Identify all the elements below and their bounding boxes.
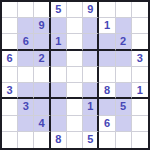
cell-r7c2[interactable]: 3 [18, 99, 34, 115]
cell-r3c4[interactable]: 1 [51, 34, 67, 50]
cell-r4c5[interactable] [67, 51, 83, 67]
cell-r8c9[interactable] [132, 116, 148, 132]
cell-r7c9[interactable] [132, 99, 148, 115]
cell-r3c6[interactable] [83, 34, 99, 50]
cell-r7c5[interactable] [67, 99, 83, 115]
cell-r6c8[interactable] [116, 83, 132, 99]
cell-r5c1[interactable] [2, 67, 18, 83]
cell-r3c7[interactable] [99, 34, 115, 50]
cell-r3c1[interactable] [2, 34, 18, 50]
cell-r4c8[interactable] [116, 51, 132, 67]
cell-r4c1[interactable]: 6 [2, 51, 18, 67]
cell-r8c5[interactable] [67, 116, 83, 132]
cell-r8c4[interactable] [51, 116, 67, 132]
cell-r7c8[interactable]: 5 [116, 99, 132, 115]
cell-r6c7[interactable]: 8 [99, 83, 115, 99]
cell-r8c8[interactable] [116, 116, 132, 132]
cell-r2c3[interactable]: 9 [34, 18, 50, 34]
cell-r1c3[interactable] [34, 2, 50, 18]
cell-r2c1[interactable] [2, 18, 18, 34]
cell-r2c7[interactable]: 1 [99, 18, 115, 34]
cell-r9c1[interactable] [2, 132, 18, 148]
cell-r5c2[interactable] [18, 67, 34, 83]
cell-r5c6[interactable] [83, 67, 99, 83]
cell-r4c6[interactable] [83, 51, 99, 67]
cell-r1c6[interactable]: 9 [83, 2, 99, 18]
cell-r7c7[interactable] [99, 99, 115, 115]
cell-r3c3[interactable] [34, 34, 50, 50]
cell-r2c9[interactable] [132, 18, 148, 34]
cell-r9c7[interactable] [99, 132, 115, 148]
cell-r6c9[interactable]: 1 [132, 83, 148, 99]
sudoku-board: 59916126233813154685 [0, 0, 150, 150]
cell-r1c4[interactable]: 5 [51, 2, 67, 18]
cell-r7c6[interactable]: 1 [83, 99, 99, 115]
cell-r2c4[interactable] [51, 18, 67, 34]
cell-r6c2[interactable] [18, 83, 34, 99]
cell-r8c3[interactable]: 4 [34, 116, 50, 132]
cell-r4c7[interactable] [99, 51, 115, 67]
cell-r1c5[interactable] [67, 2, 83, 18]
cell-r5c8[interactable] [116, 67, 132, 83]
cell-r3c8[interactable]: 2 [116, 34, 132, 50]
cell-r8c1[interactable] [2, 116, 18, 132]
cell-r7c4[interactable] [51, 99, 67, 115]
cell-r2c6[interactable] [83, 18, 99, 34]
cell-r2c5[interactable] [67, 18, 83, 34]
cell-r3c5[interactable] [67, 34, 83, 50]
cell-r4c2[interactable] [18, 51, 34, 67]
cell-r4c4[interactable] [51, 51, 67, 67]
cell-r3c9[interactable] [132, 34, 148, 50]
cell-r4c9[interactable]: 3 [132, 51, 148, 67]
cell-r9c8[interactable] [116, 132, 132, 148]
cell-r1c7[interactable] [99, 2, 115, 18]
cell-r9c3[interactable] [34, 132, 50, 148]
cell-r1c2[interactable] [18, 2, 34, 18]
cell-r6c6[interactable] [83, 83, 99, 99]
cell-r7c3[interactable] [34, 99, 50, 115]
cell-r5c7[interactable] [99, 67, 115, 83]
cell-r6c1[interactable]: 3 [2, 83, 18, 99]
cell-r6c4[interactable] [51, 83, 67, 99]
cell-r7c1[interactable] [2, 99, 18, 115]
cell-r1c1[interactable] [2, 2, 18, 18]
cell-r3c2[interactable]: 6 [18, 34, 34, 50]
cell-r5c5[interactable] [67, 67, 83, 83]
cell-r9c5[interactable] [67, 132, 83, 148]
cell-r9c9[interactable] [132, 132, 148, 148]
cell-r5c4[interactable] [51, 67, 67, 83]
cell-r5c9[interactable] [132, 67, 148, 83]
cell-r9c6[interactable]: 5 [83, 132, 99, 148]
cell-r2c8[interactable] [116, 18, 132, 34]
cell-r1c9[interactable] [132, 2, 148, 18]
cell-r9c2[interactable] [18, 132, 34, 148]
cell-r6c3[interactable] [34, 83, 50, 99]
cell-r8c7[interactable]: 6 [99, 116, 115, 132]
cell-r4c3[interactable]: 2 [34, 51, 50, 67]
cell-r2c2[interactable] [18, 18, 34, 34]
cell-r9c4[interactable]: 8 [51, 132, 67, 148]
cell-r6c5[interactable] [67, 83, 83, 99]
cell-r1c8[interactable] [116, 2, 132, 18]
cell-r5c3[interactable] [34, 67, 50, 83]
cell-r8c6[interactable] [83, 116, 99, 132]
cell-r8c2[interactable] [18, 116, 34, 132]
